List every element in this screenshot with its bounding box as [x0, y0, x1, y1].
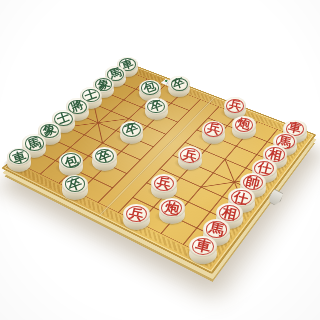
piece-top: 卒	[62, 175, 88, 194]
piece-red-chariot[interactable]: 車	[189, 236, 217, 263]
piece-top: 兵	[224, 97, 247, 114]
piece-red-soldier[interactable]: 兵	[178, 146, 202, 170]
piece-top: 包	[59, 152, 84, 171]
piece-top: 卒	[120, 121, 144, 139]
piece-top: 車	[189, 236, 217, 257]
piece-red-cannon[interactable]: 炮	[159, 198, 186, 224]
product-photo: 車馬卒象包士兵卒將士炮車兵卒象馬馬相兵卒車包仕帥兵卒仕炮相兵馬車	[0, 0, 320, 320]
piece-top: 卒	[145, 98, 168, 115]
piece-green-cannon[interactable]: 包	[59, 152, 84, 176]
piece-green-soldier[interactable]: 卒	[168, 76, 190, 97]
piece-green-chariot[interactable]: 車	[7, 148, 32, 172]
piece-top: 炮	[232, 116, 255, 134]
piece-red-soldier[interactable]: 兵	[202, 121, 226, 144]
piece-green-soldier[interactable]: 卒	[62, 175, 88, 200]
piece-green-soldier[interactable]: 卒	[145, 98, 168, 120]
piece-top: 兵	[123, 204, 150, 224]
piece-top: 車	[7, 148, 32, 166]
piece-red-soldier[interactable]: 兵	[151, 174, 177, 199]
piece-top: 兵	[178, 146, 202, 164]
piece-top: 炮	[159, 198, 186, 218]
piece-top: 卒	[92, 147, 117, 165]
piece-red-soldier[interactable]: 兵	[123, 204, 150, 230]
piece-top: 兵	[202, 121, 226, 139]
piece-green-soldier[interactable]: 卒	[120, 121, 144, 144]
piece-top: 兵	[151, 174, 177, 193]
piece-green-soldier[interactable]: 卒	[92, 147, 117, 171]
piece-red-cannon[interactable]: 炮	[232, 116, 255, 139]
